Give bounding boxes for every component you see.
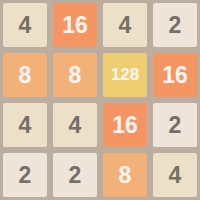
tile-r1c3-value-4: 4 <box>103 3 147 47</box>
tile-r4c4-value-4: 4 <box>153 153 197 197</box>
tile-r4c3-value-8: 8 <box>103 153 147 197</box>
tile-r2c2-value-8: 8 <box>53 53 97 97</box>
tile-r1c1-value-4: 4 <box>3 3 47 47</box>
tile-r2c1-value-8: 8 <box>3 53 47 97</box>
board-grid-2048[interactable]: 416428812816441622284 <box>0 0 200 200</box>
tile-r3c2-value-4: 4 <box>53 103 97 147</box>
tile-r3c1-value-4: 4 <box>3 103 47 147</box>
tile-r3c3-value-16: 16 <box>103 103 147 147</box>
tile-r1c2-value-16: 16 <box>53 3 97 47</box>
tile-r3c4-value-2: 2 <box>153 103 197 147</box>
tile-r4c2-value-2: 2 <box>53 153 97 197</box>
tile-r1c4-value-2: 2 <box>153 3 197 47</box>
tile-r2c3-value-128: 128 <box>103 53 147 97</box>
tile-r4c1-value-2: 2 <box>3 153 47 197</box>
tile-r2c4-value-16: 16 <box>153 53 197 97</box>
